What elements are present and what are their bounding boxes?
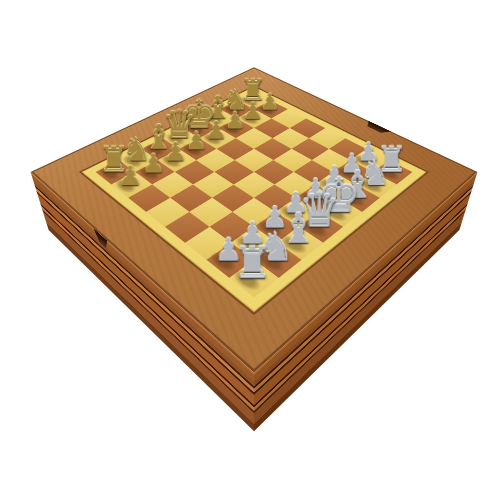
board-top: ♜♟♟♜♞♟♟♞♝♟♟♝♚♟♟♚♛♟♟♛♝♟♟♝♞♟♟♞♜♟♟♜ <box>31 67 478 372</box>
product-photo-scene: ♜♟♟♜♞♟♟♞♝♟♟♝♚♟♟♚♛♟♟♛♝♟♟♝♞♟♟♞♜♟♟♜ <box>0 0 500 500</box>
lid-notch-far-right <box>363 121 391 135</box>
chess-box: ♜♟♟♜♞♟♟♞♝♟♟♝♚♟♟♚♛♟♟♛♝♟♟♝♞♟♟♞♜♟♟♜ <box>31 67 478 372</box>
